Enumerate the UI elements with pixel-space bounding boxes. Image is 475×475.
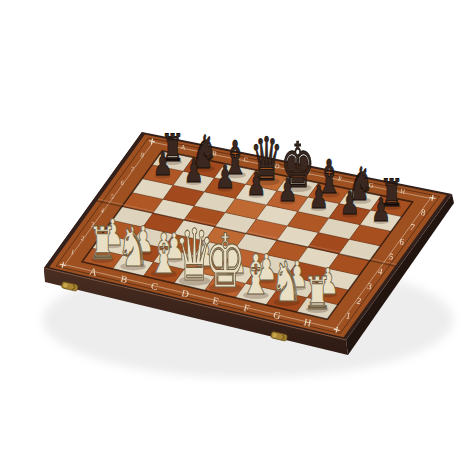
piece-black-pawn-h7: ♟ — [371, 191, 391, 228]
piece-white-rook-h1: ♜ — [303, 267, 332, 319]
piece-white-bishop-f1: ♝ — [240, 243, 272, 307]
piece-black-pawn-f7: ♟ — [309, 177, 329, 214]
photo-canvas: AABBCCDDEEFFGGHH1122334455667788♜♞♝♟♛♟♚♟… — [0, 0, 475, 475]
piece-white-knight-g1: ♞ — [271, 250, 303, 314]
chess-set-photo: AABBCCDDEEFFGGHH1122334455667788♜♞♝♟♛♟♚♟… — [0, 0, 475, 475]
piece-white-knight-b1: ♞ — [117, 215, 149, 279]
piece-black-pawn-d7: ♟ — [246, 164, 266, 201]
piece-white-rook-a1: ♜ — [88, 217, 117, 269]
piece-black-pawn-b7: ♟ — [184, 151, 204, 188]
piece-black-pawn-a7: ♟ — [153, 145, 173, 182]
piece-black-pawn-g7: ♟ — [340, 184, 360, 221]
piece-black-pawn-e7: ♟ — [277, 171, 297, 208]
piece-black-pawn-c7: ♟ — [215, 158, 235, 195]
